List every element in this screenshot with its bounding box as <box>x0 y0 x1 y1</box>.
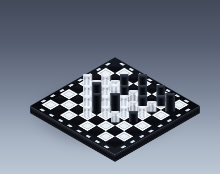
piece-clear-short-a5[interactable] <box>78 80 96 91</box>
square-b7[interactable] <box>106 74 124 85</box>
cylinder-piece-body <box>138 74 147 85</box>
cylinder-piece-body <box>111 79 120 90</box>
cylinder-piece-body <box>138 106 147 117</box>
scene <box>0 0 220 174</box>
cylinder-piece-body <box>92 79 101 90</box>
square-a3[interactable] <box>60 89 78 100</box>
cylinder-piece-body <box>101 74 110 85</box>
square-b8[interactable] <box>115 68 133 79</box>
cylinder-piece-body <box>165 92 175 111</box>
cylinder-piece-body <box>83 74 92 85</box>
square-a8[interactable] <box>106 64 124 75</box>
square-a7[interactable] <box>97 68 115 79</box>
chessboard[interactable] <box>30 57 200 154</box>
cylinder-piece-body <box>129 111 138 122</box>
square-a6[interactable] <box>87 74 105 85</box>
square-a5[interactable] <box>78 78 96 89</box>
cylinder-piece-body <box>111 111 120 122</box>
cylinder-piece-body <box>120 74 129 85</box>
square-d8[interactable] <box>133 78 151 89</box>
square-b6[interactable] <box>97 78 115 89</box>
square-c7[interactable] <box>115 78 133 89</box>
square-a1[interactable] <box>41 99 59 110</box>
cylinder-piece-body <box>147 100 156 111</box>
square-c8[interactable] <box>124 74 142 85</box>
piece-black-short-c7[interactable] <box>115 80 133 91</box>
piece-black-short-d8[interactable] <box>133 80 151 91</box>
piece-clear-short-b6[interactable] <box>97 80 115 91</box>
cylinder-piece-body <box>101 106 110 117</box>
studio-backdrop <box>0 0 220 174</box>
cylinder-piece-body <box>83 106 92 117</box>
cylinder-piece-body <box>92 92 102 111</box>
cylinder-piece-body <box>156 95 165 106</box>
cylinder-piece-body <box>120 106 129 117</box>
